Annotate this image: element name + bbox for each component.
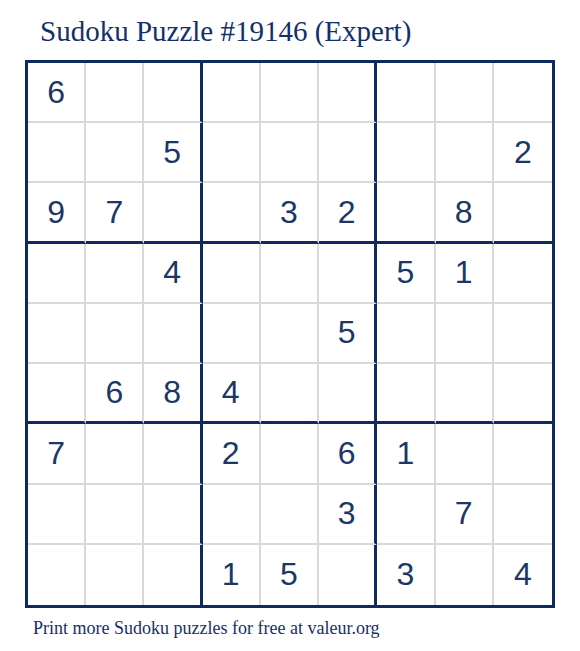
- cell-r3c9: [494, 183, 552, 243]
- cell-r9c3: [144, 545, 202, 605]
- cell-r2c5: [261, 123, 319, 183]
- cell-r7c2: [86, 424, 144, 484]
- cell-r1c5: [261, 63, 319, 123]
- cell-r1c6: [319, 63, 377, 123]
- cell-r2c1: [28, 123, 86, 183]
- cell-r6c3: 8: [144, 364, 202, 424]
- cell-r3c1: 9: [28, 183, 86, 243]
- cell-r8c4: [203, 485, 261, 545]
- cell-r5c2: [86, 304, 144, 364]
- cell-r5c3: [144, 304, 202, 364]
- cell-r5c7: [377, 304, 435, 364]
- cell-r8c7: [377, 485, 435, 545]
- cell-r6c2: 6: [86, 364, 144, 424]
- cell-r7c9: [494, 424, 552, 484]
- cell-r8c6: 3: [319, 485, 377, 545]
- cell-r9c4: 1: [203, 545, 261, 605]
- cell-r6c1: [28, 364, 86, 424]
- sudoku-board: 6529732845156847261371534: [25, 60, 555, 608]
- cell-r1c2: [86, 63, 144, 123]
- cell-r3c7: [377, 183, 435, 243]
- cell-r4c6: [319, 244, 377, 304]
- cell-r6c4: 4: [203, 364, 261, 424]
- cell-r2c4: [203, 123, 261, 183]
- cell-r1c9: [494, 63, 552, 123]
- cell-r4c4: [203, 244, 261, 304]
- cell-r4c5: [261, 244, 319, 304]
- cell-r9c6: [319, 545, 377, 605]
- cell-r7c4: 2: [203, 424, 261, 484]
- cell-r9c1: [28, 545, 86, 605]
- cell-r7c7: 1: [377, 424, 435, 484]
- cell-r9c5: 5: [261, 545, 319, 605]
- page-root: Sudoku Puzzle #19146 (Expert) 6529732845…: [0, 0, 580, 651]
- cell-r4c8: 1: [436, 244, 494, 304]
- cell-r4c7: 5: [377, 244, 435, 304]
- cell-r8c9: [494, 485, 552, 545]
- cell-r8c8: 7: [436, 485, 494, 545]
- cell-r3c6: 2: [319, 183, 377, 243]
- cell-r8c3: [144, 485, 202, 545]
- cell-r2c7: [377, 123, 435, 183]
- cell-r3c8: 8: [436, 183, 494, 243]
- cell-r1c4: [203, 63, 261, 123]
- cell-r8c5: [261, 485, 319, 545]
- footer-text: Print more Sudoku puzzles for free at va…: [33, 616, 380, 640]
- cell-r7c3: [144, 424, 202, 484]
- cell-r5c5: [261, 304, 319, 364]
- cell-r9c7: 3: [377, 545, 435, 605]
- cell-r7c5: [261, 424, 319, 484]
- cell-r3c3: [144, 183, 202, 243]
- cell-r3c4: [203, 183, 261, 243]
- cell-r7c8: [436, 424, 494, 484]
- cell-r1c7: [377, 63, 435, 123]
- cell-r1c8: [436, 63, 494, 123]
- cell-r8c1: [28, 485, 86, 545]
- cell-r2c8: [436, 123, 494, 183]
- cell-r4c3: 4: [144, 244, 202, 304]
- cell-r2c9: 2: [494, 123, 552, 183]
- cell-r4c9: [494, 244, 552, 304]
- cell-r6c8: [436, 364, 494, 424]
- cell-r2c3: 5: [144, 123, 202, 183]
- cell-r9c8: [436, 545, 494, 605]
- cell-r6c5: [261, 364, 319, 424]
- cell-r5c1: [28, 304, 86, 364]
- cell-r1c1: 6: [28, 63, 86, 123]
- cell-r6c9: [494, 364, 552, 424]
- cell-r6c6: [319, 364, 377, 424]
- cell-r7c1: 7: [28, 424, 86, 484]
- cell-r9c2: [86, 545, 144, 605]
- cell-r3c2: 7: [86, 183, 144, 243]
- cell-r5c6: 5: [319, 304, 377, 364]
- cell-r8c2: [86, 485, 144, 545]
- cell-r5c9: [494, 304, 552, 364]
- cell-r4c2: [86, 244, 144, 304]
- cell-r2c2: [86, 123, 144, 183]
- cell-r5c4: [203, 304, 261, 364]
- cell-r4c1: [28, 244, 86, 304]
- cell-r9c9: 4: [494, 545, 552, 605]
- puzzle-title: Sudoku Puzzle #19146 (Expert): [40, 14, 411, 48]
- cell-r3c5: 3: [261, 183, 319, 243]
- cell-r6c7: [377, 364, 435, 424]
- cell-r2c6: [319, 123, 377, 183]
- cell-r7c6: 6: [319, 424, 377, 484]
- cell-r5c8: [436, 304, 494, 364]
- cell-r1c3: [144, 63, 202, 123]
